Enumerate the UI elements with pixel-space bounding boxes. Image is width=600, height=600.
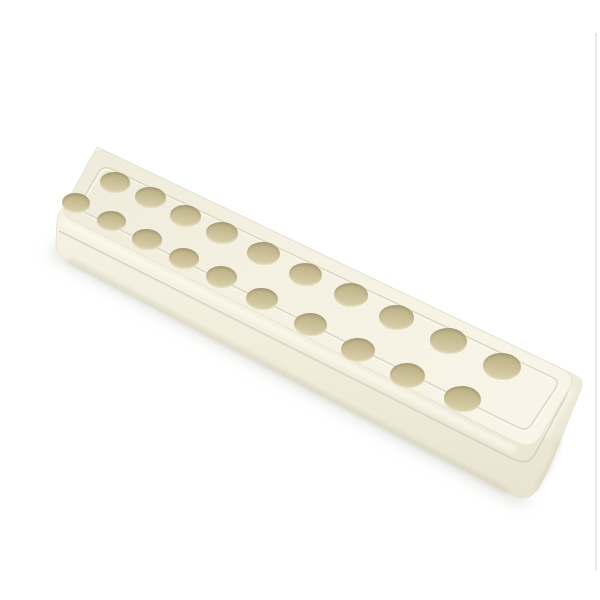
pit-far-1[interactable] <box>99 170 130 193</box>
pit-far-3[interactable] <box>170 204 203 228</box>
pit-near-7[interactable] <box>293 312 328 337</box>
product-photo <box>0 0 600 600</box>
pit-near-9[interactable] <box>390 361 427 388</box>
pit-far-5[interactable] <box>246 240 280 265</box>
pit-far-4[interactable] <box>205 221 238 245</box>
pit-near-8[interactable] <box>340 337 376 363</box>
pit-near-4[interactable] <box>168 247 200 270</box>
page-edge-line <box>595 33 597 570</box>
pit-near-1[interactable] <box>61 192 90 213</box>
pit-near-2[interactable] <box>96 210 126 232</box>
pit-near-5[interactable] <box>206 265 239 289</box>
pit-near-3[interactable] <box>131 228 162 251</box>
pit-far-9[interactable] <box>429 327 467 355</box>
pit-near-6[interactable] <box>245 287 278 312</box>
pit-far-7[interactable] <box>333 282 369 308</box>
mancala-board <box>0 0 600 600</box>
pit-far-10[interactable] <box>482 351 522 380</box>
pit-far-8[interactable] <box>378 303 415 330</box>
pit-far-6[interactable] <box>289 262 324 288</box>
pit-far-2[interactable] <box>134 186 166 209</box>
pit-near-10[interactable] <box>443 385 481 413</box>
